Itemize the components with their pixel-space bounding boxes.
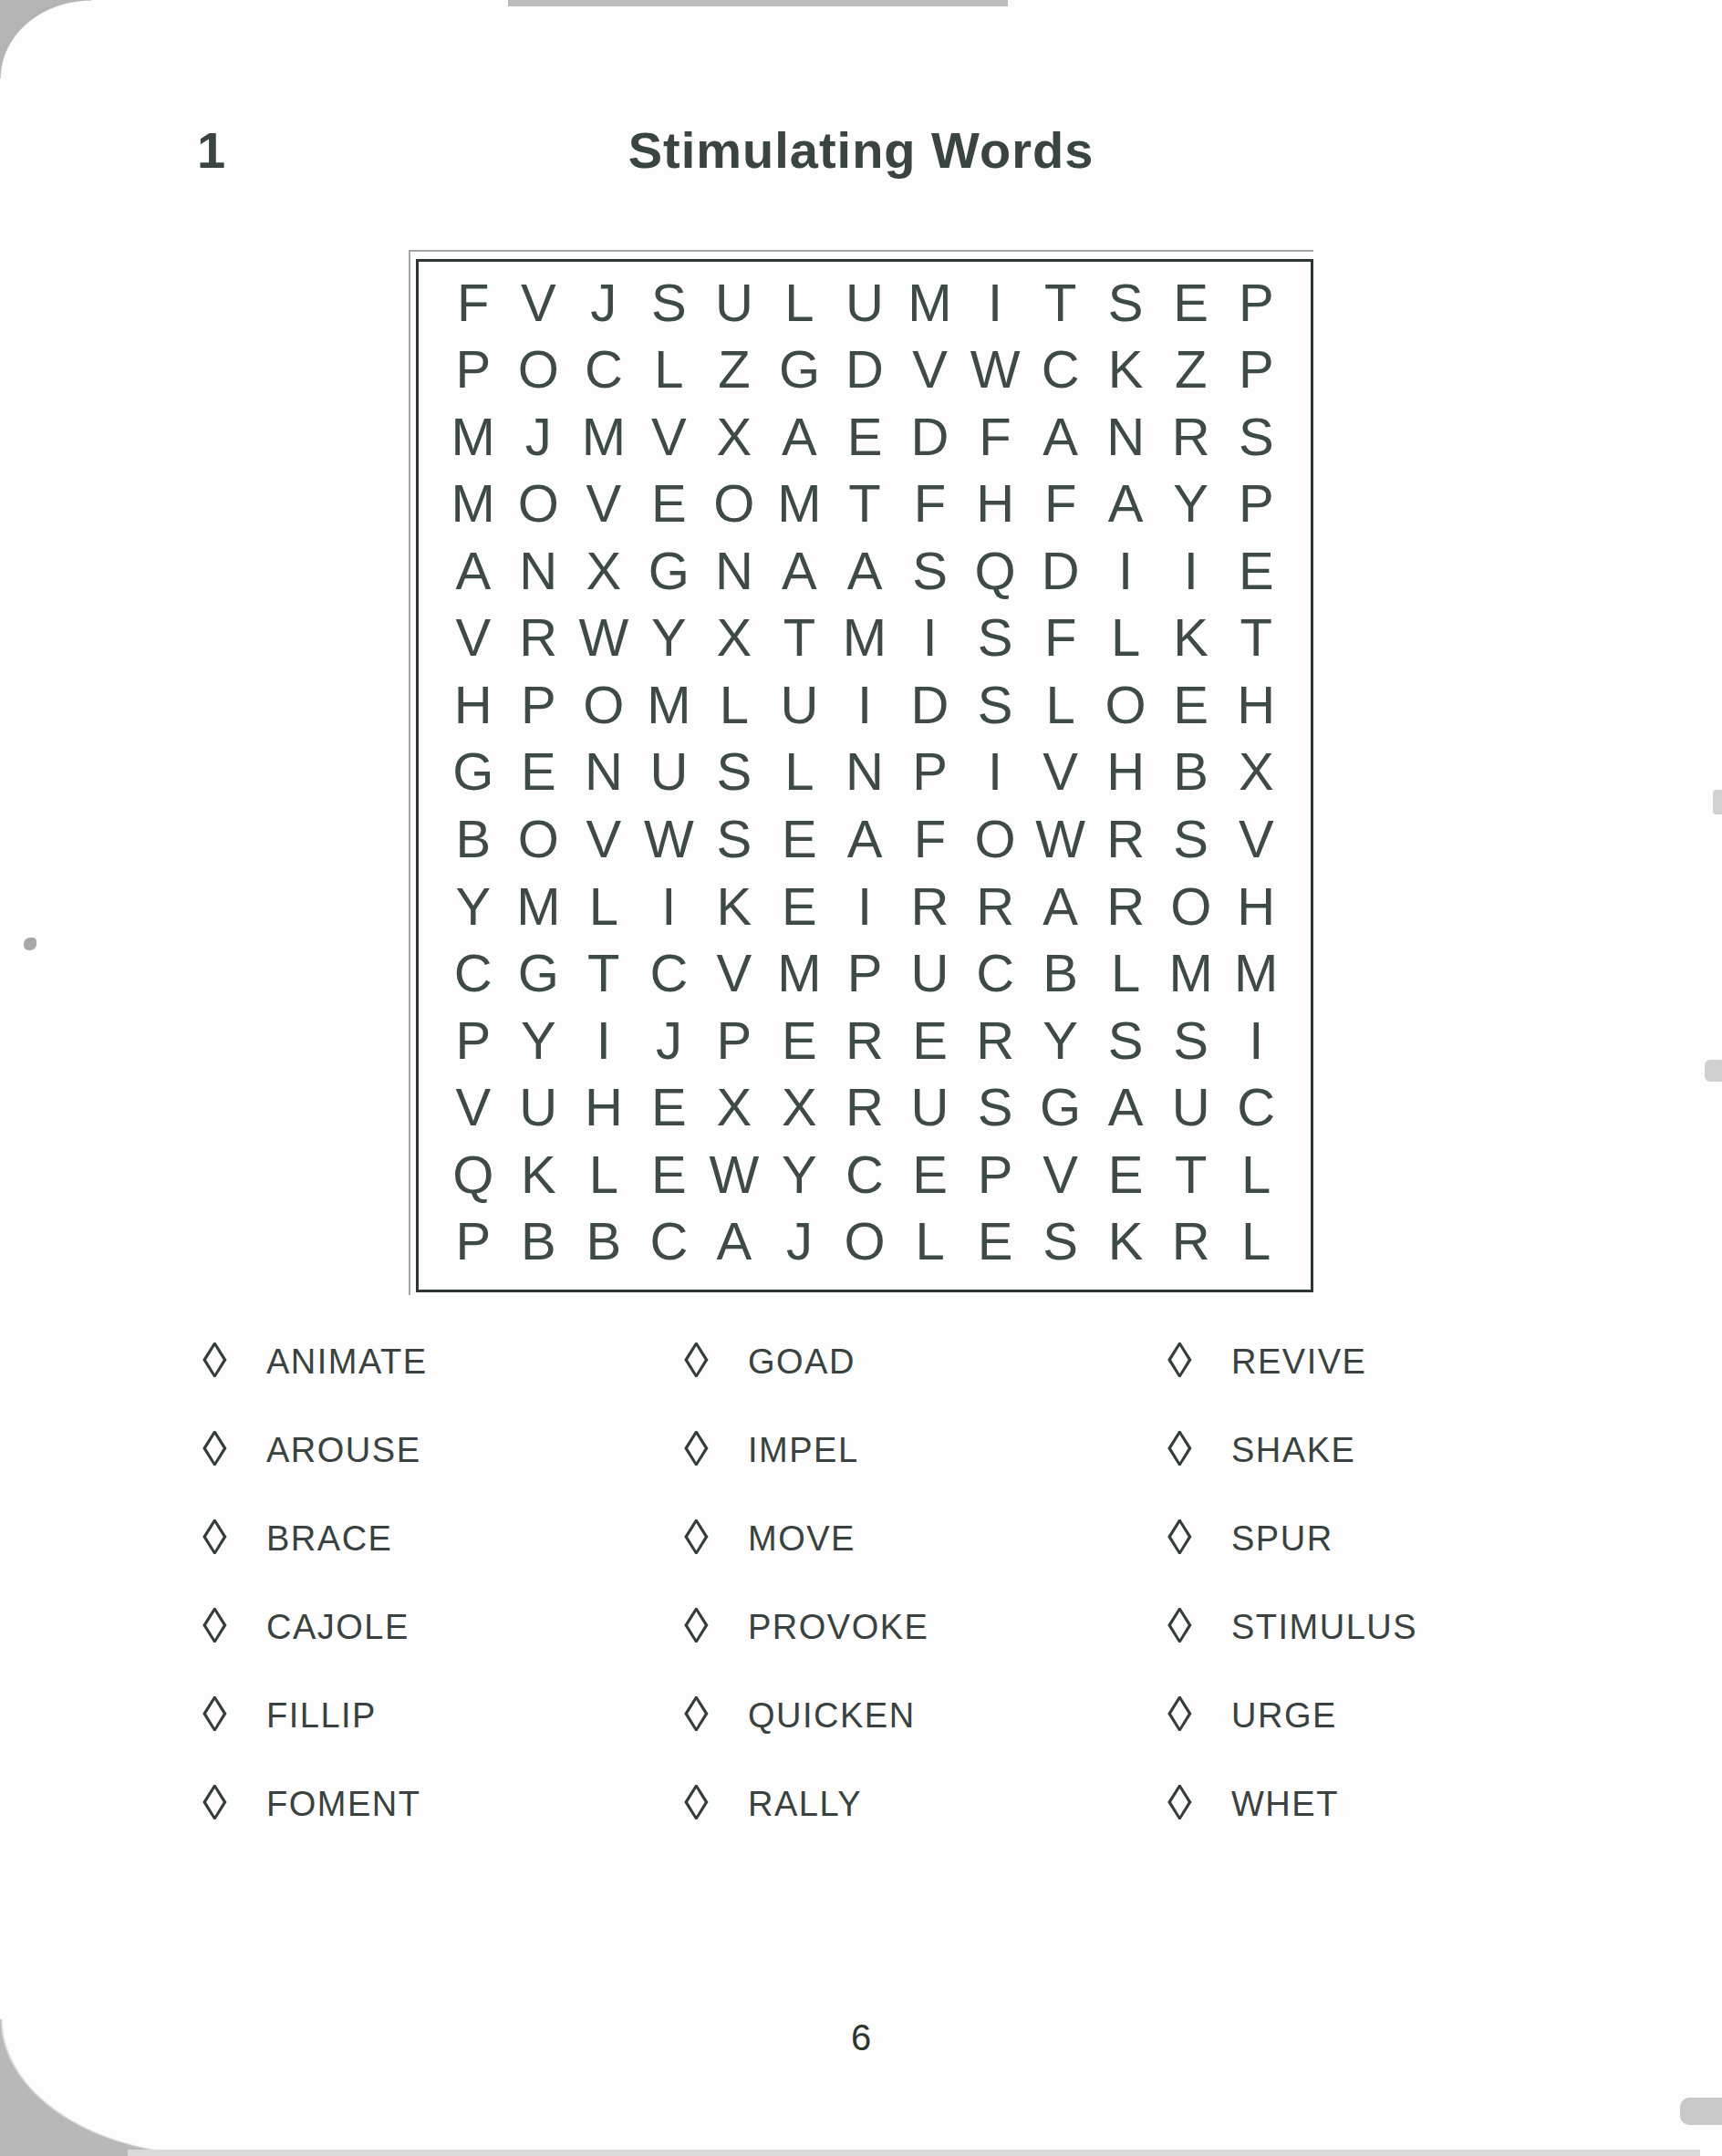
grid-cell-r5c13[interactable]: E: [1223, 537, 1289, 605]
word-label: GOAD: [748, 1342, 856, 1382]
grid-cell-r2c6[interactable]: G: [767, 337, 833, 404]
grid-cell-r14c12[interactable]: T: [1158, 1141, 1224, 1208]
word-list: ◊ANIMATE◊AROUSE◊BRACE◊CAJOLE◊FILLIP◊FOME…: [0, 1318, 1722, 1865]
grid-cell-r5c1[interactable]: A: [441, 537, 506, 605]
diamond-bullet-icon: ◊: [1167, 1783, 1231, 1822]
grid-cell-r4c12[interactable]: Y: [1158, 471, 1224, 538]
diamond-bullet-icon: ◊: [684, 1695, 748, 1734]
word-label: QUICKEN: [748, 1696, 916, 1736]
word-list-column-1: ◊ANIMATE◊AROUSE◊BRACE◊CAJOLE◊FILLIP◊FOME…: [202, 1318, 428, 1849]
word-item-spur: ◊SPUR: [1167, 1495, 1417, 1583]
word-list-column-2: ◊GOAD◊IMPEL◊MOVE◊PROVOKE◊QUICKEN◊RALLY: [684, 1318, 928, 1849]
word-item-brace: ◊BRACE: [202, 1495, 428, 1583]
grid-cell-r8c3[interactable]: N: [571, 739, 637, 806]
word-label: IMPEL: [748, 1431, 859, 1470]
grid-cell-r10c2[interactable]: M: [506, 873, 572, 940]
grid-cell-r6c12[interactable]: K: [1158, 605, 1224, 672]
grid-cell-r2c11[interactable]: K: [1093, 337, 1158, 404]
grid-cell-r1c11[interactable]: S: [1093, 269, 1158, 337]
grid-cell-r8c9[interactable]: I: [962, 739, 1028, 806]
grid-cell-r2c8[interactable]: V: [897, 337, 963, 404]
word-label: MOVE: [748, 1519, 856, 1559]
grid-cell-r15c6[interactable]: J: [767, 1208, 833, 1275]
grid-cell-r1c2[interactable]: V: [506, 269, 572, 337]
grid-cell-r2c1[interactable]: P: [441, 337, 506, 404]
grid-cell-r7c12[interactable]: E: [1158, 671, 1224, 739]
grid-cell-r12c13[interactable]: I: [1223, 1007, 1289, 1074]
word-label: FILLIP: [266, 1696, 377, 1736]
diamond-bullet-icon: ◊: [202, 1606, 266, 1645]
word-item-animate: ◊ANIMATE: [202, 1318, 428, 1406]
grid-cell-r4c10[interactable]: F: [1028, 471, 1094, 538]
grid-cell-r1c7[interactable]: U: [832, 269, 897, 337]
grid-cell-r5c9[interactable]: Q: [962, 537, 1028, 605]
grid-cell-r7c5[interactable]: L: [701, 671, 767, 739]
grid-cell-r13c3[interactable]: H: [571, 1073, 637, 1141]
diamond-bullet-icon: ◊: [684, 1518, 748, 1557]
word-label: BRACE: [266, 1519, 392, 1559]
grid-cell-r14c5[interactable]: W: [701, 1141, 767, 1208]
grid-cell-r7c1[interactable]: H: [441, 671, 506, 739]
grid-cell-r14c6[interactable]: Y: [767, 1141, 833, 1208]
word-label: URGE: [1231, 1696, 1337, 1736]
word-label: REVIVE: [1231, 1342, 1366, 1382]
grid-cell-r12c6[interactable]: E: [767, 1007, 833, 1074]
grid-cell-r12c11[interactable]: S: [1093, 1007, 1158, 1074]
grid-cell-r3c5[interactable]: X: [701, 403, 767, 471]
grid-cell-r3c11[interactable]: N: [1093, 403, 1158, 471]
grid-cell-r8c7[interactable]: N: [832, 739, 897, 806]
grid-cell-r13c8[interactable]: U: [897, 1073, 963, 1141]
grid-cell-r13c2[interactable]: U: [506, 1073, 572, 1141]
grid-cell-r7c11[interactable]: O: [1093, 671, 1158, 739]
word-label: SPUR: [1231, 1519, 1333, 1559]
grid-cell-r10c1[interactable]: Y: [441, 873, 506, 940]
grid-cell-r5c10[interactable]: D: [1028, 537, 1094, 605]
diamond-bullet-icon: ◊: [1167, 1518, 1231, 1557]
diamond-bullet-icon: ◊: [1167, 1429, 1231, 1468]
grid-cell-r6c13[interactable]: T: [1223, 605, 1289, 672]
grid-cell-r14c1[interactable]: Q: [441, 1141, 506, 1208]
grid-cell-r6c6[interactable]: T: [767, 605, 833, 672]
grid-cell-r9c7[interactable]: A: [832, 805, 897, 873]
diamond-bullet-icon: ◊: [202, 1783, 266, 1822]
grid-cell-r2c3[interactable]: C: [571, 337, 637, 404]
grid-cell-r11c4[interactable]: C: [637, 939, 702, 1007]
grid-cell-r7c2[interactable]: P: [506, 671, 572, 739]
grid-cell-r6c8[interactable]: I: [897, 605, 963, 672]
grid-cell-r5c3[interactable]: X: [571, 537, 637, 605]
word-label: RALLY: [748, 1785, 862, 1824]
grid-cell-r4c7[interactable]: T: [832, 471, 897, 538]
grid-cell-r9c5[interactable]: S: [701, 805, 767, 873]
grid-cell-r3c6[interactable]: A: [767, 403, 833, 471]
word-item-revive: ◊REVIVE: [1167, 1318, 1417, 1406]
diamond-bullet-icon: ◊: [684, 1429, 748, 1468]
diamond-bullet-icon: ◊: [684, 1783, 748, 1822]
grid-cell-r2c10[interactable]: C: [1028, 337, 1094, 404]
grid-cell-r1c5[interactable]: U: [701, 269, 767, 337]
grid-cell-r12c1[interactable]: P: [441, 1007, 506, 1074]
scan-artifact-right-smudge-1: [1713, 790, 1722, 814]
grid-cell-r14c2[interactable]: K: [506, 1141, 572, 1208]
word-label: FOMENT: [266, 1785, 420, 1824]
grid-cell-r10c5[interactable]: K: [701, 873, 767, 940]
grid-cell-r8c5[interactable]: S: [701, 739, 767, 806]
grid-cell-r1c13[interactable]: P: [1223, 269, 1289, 337]
grid-cell-r14c9[interactable]: P: [962, 1141, 1028, 1208]
grid-cell-r15c2[interactable]: B: [506, 1208, 572, 1275]
grid-cell-r6c2[interactable]: R: [506, 605, 572, 672]
grid-cell-r4c8[interactable]: F: [897, 471, 963, 538]
grid-cell-r8c6[interactable]: L: [767, 739, 833, 806]
grid-cell-r15c12[interactable]: R: [1158, 1208, 1224, 1275]
grid-cell-r9c9[interactable]: O: [962, 805, 1028, 873]
grid-cell-r13c11[interactable]: A: [1093, 1073, 1158, 1141]
grid-cell-r7c8[interactable]: D: [897, 671, 963, 739]
grid-cell-r2c9[interactable]: W: [962, 337, 1028, 404]
grid-cell-r7c9[interactable]: S: [962, 671, 1028, 739]
grid-cell-r4c13[interactable]: P: [1223, 471, 1289, 538]
word-search-grid: FVJSULUMITSEPPOCLZGDVWCKZPMJMVXAEDFANRSM…: [416, 259, 1313, 1292]
grid-cell-r8c1[interactable]: G: [441, 739, 506, 806]
grid-cell-r15c4[interactable]: C: [637, 1208, 702, 1275]
grid-cell-r13c6[interactable]: X: [767, 1073, 833, 1141]
grid-cell-r9c3[interactable]: V: [571, 805, 637, 873]
grid-cell-r11c10[interactable]: B: [1028, 939, 1094, 1007]
grid-cell-r8c12[interactable]: B: [1158, 739, 1224, 806]
grid-cell-r5c5[interactable]: N: [701, 537, 767, 605]
word-item-quicken: ◊QUICKEN: [684, 1672, 928, 1760]
grid-cell-r9c12[interactable]: S: [1158, 805, 1224, 873]
grid-cell-r4c4[interactable]: E: [637, 471, 702, 538]
grid-cell-r14c13[interactable]: L: [1223, 1141, 1289, 1208]
word-item-provoke: ◊PROVOKE: [684, 1583, 928, 1672]
grid-cell-r7c6[interactable]: U: [767, 671, 833, 739]
word-item-rally: ◊RALLY: [684, 1760, 928, 1849]
grid-cell-r1c8[interactable]: M: [897, 269, 963, 337]
grid-cell-r12c2[interactable]: Y: [506, 1007, 572, 1074]
grid-cell-r13c9[interactable]: S: [962, 1073, 1028, 1141]
diamond-bullet-icon: ◊: [684, 1606, 748, 1645]
grid-cell-r6c9[interactable]: S: [962, 605, 1028, 672]
grid-cell-r6c7[interactable]: M: [832, 605, 897, 672]
grid-cell-r3c10[interactable]: A: [1028, 403, 1094, 471]
grid-cell-r11c12[interactable]: M: [1158, 939, 1224, 1007]
grid-cell-r5c12[interactable]: I: [1158, 537, 1224, 605]
scan-artifact-corner-topleft: [0, 0, 91, 78]
grid-cell-r11c7[interactable]: P: [832, 939, 897, 1007]
grid-cell-r6c1[interactable]: V: [441, 605, 506, 672]
grid-cell-r7c13[interactable]: H: [1223, 671, 1289, 739]
grid-cell-r13c7[interactable]: R: [832, 1073, 897, 1141]
diamond-bullet-icon: ◊: [1167, 1606, 1231, 1645]
grid-cell-r1c12[interactable]: E: [1158, 269, 1224, 337]
diamond-bullet-icon: ◊: [1167, 1695, 1231, 1734]
grid-cell-r15c13[interactable]: L: [1223, 1208, 1289, 1275]
grid-cell-r4c2[interactable]: O: [506, 471, 572, 538]
grid-cell-r15c3[interactable]: B: [571, 1208, 637, 1275]
word-label: AROUSE: [266, 1431, 420, 1470]
grid-cell-r2c5[interactable]: Z: [701, 337, 767, 404]
grid-cell-r3c1[interactable]: M: [441, 403, 506, 471]
word-item-stimulus: ◊STIMULUS: [1167, 1583, 1417, 1672]
grid-cell-r13c13[interactable]: C: [1223, 1073, 1289, 1141]
grid-cell-r11c11[interactable]: L: [1093, 939, 1158, 1007]
grid-cell-r10c10[interactable]: A: [1028, 873, 1094, 940]
grid-cell-r4c5[interactable]: O: [701, 471, 767, 538]
word-list-column-3: ◊REVIVE◊SHAKE◊SPUR◊STIMULUS◊URGE◊WHET: [1167, 1318, 1417, 1849]
word-label: STIMULUS: [1231, 1608, 1417, 1647]
grid-cell-r6c5[interactable]: X: [701, 605, 767, 672]
grid-cell-r13c5[interactable]: X: [701, 1073, 767, 1141]
grid-cell-r11c9[interactable]: C: [962, 939, 1028, 1007]
grid-cell-r2c4[interactable]: L: [637, 337, 702, 404]
grid-cell-r1c9[interactable]: I: [962, 269, 1028, 337]
scan-artifact-right-smudge-3: [1680, 2098, 1722, 2125]
grid-cell-r11c8[interactable]: U: [897, 939, 963, 1007]
grid-cell-r8c13[interactable]: X: [1223, 739, 1289, 806]
grid-cell-r9c4[interactable]: W: [637, 805, 702, 873]
grid-cell-r3c7[interactable]: E: [832, 403, 897, 471]
grid-cell-r4c9[interactable]: H: [962, 471, 1028, 538]
grid-cell-r7c4[interactable]: M: [637, 671, 702, 739]
grid-cell-r10c13[interactable]: H: [1223, 873, 1289, 940]
word-label: WHET: [1231, 1785, 1339, 1824]
grid-cell-r10c8[interactable]: R: [897, 873, 963, 940]
grid-cell-r9c11[interactable]: R: [1093, 805, 1158, 873]
grid-cell-r10c4[interactable]: I: [637, 873, 702, 940]
grid-cell-r9c2[interactable]: O: [506, 805, 572, 873]
word-item-urge: ◊URGE: [1167, 1672, 1417, 1760]
scan-artifact-right-smudge-2: [1705, 1060, 1722, 1082]
grid-cell-r1c6[interactable]: L: [767, 269, 833, 337]
grid-cell-r8c8[interactable]: P: [897, 739, 963, 806]
grid-cell-r14c7[interactable]: C: [832, 1141, 897, 1208]
grid-cell-r12c5[interactable]: P: [701, 1007, 767, 1074]
grid-cell-r6c11[interactable]: L: [1093, 605, 1158, 672]
grid-cell-r15c5[interactable]: A: [701, 1208, 767, 1275]
word-item-cajole: ◊CAJOLE: [202, 1583, 428, 1672]
grid-cell-r5c7[interactable]: A: [832, 537, 897, 605]
page-title: Stimulating Words: [0, 120, 1722, 180]
grid-cell-r3c13[interactable]: S: [1223, 403, 1289, 471]
grid-cell-r9c10[interactable]: W: [1028, 805, 1094, 873]
grid-cell-r3c8[interactable]: D: [897, 403, 963, 471]
grid-cell-r5c6[interactable]: A: [767, 537, 833, 605]
grid-cell-r9c8[interactable]: F: [897, 805, 963, 873]
grid-cell-r1c4[interactable]: S: [637, 269, 702, 337]
grid-cell-r10c6[interactable]: E: [767, 873, 833, 940]
grid-cell-r9c1[interactable]: B: [441, 805, 506, 873]
grid-cell-r11c13[interactable]: M: [1223, 939, 1289, 1007]
grid-cell-r14c4[interactable]: E: [637, 1141, 702, 1208]
diamond-bullet-icon: ◊: [202, 1518, 266, 1557]
word-item-move: ◊MOVE: [684, 1495, 928, 1583]
grid-cell-r11c1[interactable]: C: [441, 939, 506, 1007]
grid-cell-r15c8[interactable]: L: [897, 1208, 963, 1275]
grid-cell-r11c5[interactable]: V: [701, 939, 767, 1007]
grid-cell-r5c2[interactable]: N: [506, 537, 572, 605]
grid-cell-r15c1[interactable]: P: [441, 1208, 506, 1275]
grid-cell-r2c2[interactable]: O: [506, 337, 572, 404]
grid-cell-r10c11[interactable]: R: [1093, 873, 1158, 940]
grid-cell-r4c6[interactable]: M: [767, 471, 833, 538]
grid-cell-r4c3[interactable]: V: [571, 471, 637, 538]
grid-cell-r7c10[interactable]: L: [1028, 671, 1094, 739]
grid-cell-r3c3[interactable]: M: [571, 403, 637, 471]
grid-cell-r12c3[interactable]: I: [571, 1007, 637, 1074]
grid-cell-r10c9[interactable]: R: [962, 873, 1028, 940]
grid-cell-r10c12[interactable]: O: [1158, 873, 1224, 940]
grid-cell-r12c9[interactable]: R: [962, 1007, 1028, 1074]
grid-cell-r9c13[interactable]: V: [1223, 805, 1289, 873]
diamond-bullet-icon: ◊: [1167, 1341, 1231, 1380]
grid-cell-r5c4[interactable]: G: [637, 537, 702, 605]
word-item-goad: ◊GOAD: [684, 1318, 928, 1406]
grid-cell-r8c10[interactable]: V: [1028, 739, 1094, 806]
grid-cell-r10c7[interactable]: I: [832, 873, 897, 940]
grid-cell-r11c3[interactable]: T: [571, 939, 637, 1007]
grid-cell-r3c2[interactable]: J: [506, 403, 572, 471]
grid-cell-r4c11[interactable]: A: [1093, 471, 1158, 538]
word-item-shake: ◊SHAKE: [1167, 1406, 1417, 1495]
scan-artifact-bottom-edge: [128, 2150, 1700, 2156]
grid-cell-r10c3[interactable]: L: [571, 873, 637, 940]
grid-cell-r2c13[interactable]: P: [1223, 337, 1289, 404]
diamond-bullet-icon: ◊: [202, 1341, 266, 1380]
grid-cell-r12c8[interactable]: E: [897, 1007, 963, 1074]
grid-cell-r6c10[interactable]: F: [1028, 605, 1094, 672]
grid-cell-r13c4[interactable]: E: [637, 1073, 702, 1141]
diamond-bullet-icon: ◊: [202, 1695, 266, 1734]
word-label: ANIMATE: [266, 1342, 428, 1382]
grid-cell-r6c4[interactable]: Y: [637, 605, 702, 672]
grid-cell-r4c1[interactable]: M: [441, 471, 506, 538]
grid-cell-r5c11[interactable]: I: [1093, 537, 1158, 605]
grid-cell-r15c11[interactable]: K: [1093, 1208, 1158, 1275]
word-item-fillip: ◊FILLIP: [202, 1672, 428, 1760]
page-number: 6: [0, 2017, 1722, 2058]
grid-cell-r15c10[interactable]: S: [1028, 1208, 1094, 1275]
grid-cell-r3c9[interactable]: F: [962, 403, 1028, 471]
grid-cell-r13c10[interactable]: G: [1028, 1073, 1094, 1141]
grid-cell-r12c10[interactable]: Y: [1028, 1007, 1094, 1074]
word-item-arouse: ◊AROUSE: [202, 1406, 428, 1495]
grid-cell-r14c11[interactable]: E: [1093, 1141, 1158, 1208]
grid-cell-r11c2[interactable]: G: [506, 939, 572, 1007]
grid-cell-r12c12[interactable]: S: [1158, 1007, 1224, 1074]
scan-artifact-top-edge: [508, 0, 1008, 6]
grid-cell-r14c8[interactable]: E: [897, 1141, 963, 1208]
grid-cell-r13c12[interactable]: U: [1158, 1073, 1224, 1141]
word-label: SHAKE: [1231, 1431, 1355, 1470]
grid-cell-r7c7[interactable]: I: [832, 671, 897, 739]
grid-cell-r7c3[interactable]: O: [571, 671, 637, 739]
grid-cell-r12c4[interactable]: J: [637, 1007, 702, 1074]
word-item-foment: ◊FOMENT: [202, 1760, 428, 1849]
scanned-puzzle-page: 1 Stimulating Words FVJSULUMITSEPPOCLZGD…: [0, 0, 1722, 2156]
grid-cell-r3c12[interactable]: R: [1158, 403, 1224, 471]
grid-cell-r2c7[interactable]: D: [832, 337, 897, 404]
word-label: PROVOKE: [748, 1608, 928, 1647]
grid-cell-r2c12[interactable]: Z: [1158, 337, 1224, 404]
grid-cell-r12c7[interactable]: R: [832, 1007, 897, 1074]
grid-cell-r13c1[interactable]: V: [441, 1073, 506, 1141]
grid-cell-r8c4[interactable]: U: [637, 739, 702, 806]
grid-cell-r8c2[interactable]: E: [506, 739, 572, 806]
grid-cell-r6c3[interactable]: W: [571, 605, 637, 672]
diamond-bullet-icon: ◊: [202, 1429, 266, 1468]
grid-cell-r15c9[interactable]: E: [962, 1208, 1028, 1275]
grid-cell-r3c4[interactable]: V: [637, 403, 702, 471]
grid-cell-r14c3[interactable]: L: [571, 1141, 637, 1208]
word-item-impel: ◊IMPEL: [684, 1406, 928, 1495]
grid-cell-r15c7[interactable]: O: [832, 1208, 897, 1275]
grid-cell-r14c10[interactable]: V: [1028, 1141, 1094, 1208]
grid-cell-r5c8[interactable]: S: [897, 537, 963, 605]
grid-cell-r11c6[interactable]: M: [767, 939, 833, 1007]
word-label: CAJOLE: [266, 1608, 410, 1647]
grid-cell-r9c6[interactable]: E: [767, 805, 833, 873]
grid-cell-r1c1[interactable]: F: [441, 269, 506, 337]
word-item-whet: ◊WHET: [1167, 1760, 1417, 1849]
grid-cell-r1c10[interactable]: T: [1028, 269, 1094, 337]
diamond-bullet-icon: ◊: [684, 1341, 748, 1380]
scan-artifact-left-dot: [24, 938, 36, 950]
grid-cell-r8c11[interactable]: H: [1093, 739, 1158, 806]
grid-cell-r1c3[interactable]: J: [571, 269, 637, 337]
